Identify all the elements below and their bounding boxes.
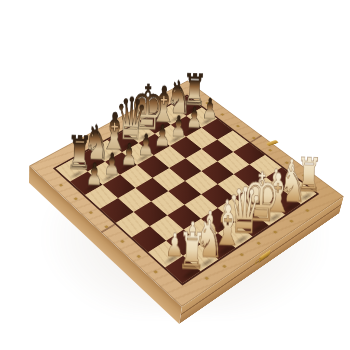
piece-black-pawn: ♟ — [153, 122, 170, 150]
brass-nail-icon — [205, 102, 208, 104]
piece-shadow — [297, 190, 316, 203]
brass-clasp-icon — [266, 140, 279, 147]
square-d6 — [137, 155, 169, 178]
square-e7: ♟ — [139, 134, 170, 156]
square-g4 — [217, 152, 249, 174]
piece-black-pawn: ♟ — [169, 113, 186, 141]
square-f8: ♝ — [140, 113, 171, 134]
brass-nail-icon — [74, 197, 78, 200]
square-a8: ♜ — [56, 159, 88, 182]
square-h1: ♜ — [283, 181, 316, 205]
piece-black-pawn: ♟ — [137, 131, 154, 159]
piece-shadow — [196, 255, 217, 270]
brass-nail-icon — [236, 125, 239, 127]
square-f4 — [201, 161, 233, 184]
square-h7: ♟ — [187, 107, 218, 127]
piece-black-rook: ♜ — [182, 70, 207, 111]
brass-nail-icon — [289, 220, 293, 223]
piece-white-pawn: ♟ — [282, 156, 300, 185]
square-a7: ♟ — [70, 172, 103, 195]
piece-black-bishop: ♝ — [99, 108, 129, 157]
square-h3 — [249, 155, 281, 177]
square-g7: ♟ — [171, 116, 202, 137]
brass-nail-icon — [305, 209, 309, 212]
square-c8: ♝ — [91, 140, 123, 162]
square-e8: ♚ — [124, 122, 155, 143]
square-h8: ♜ — [172, 96, 202, 116]
piece-shadow — [85, 159, 105, 171]
piece-shadow — [135, 131, 154, 143]
piece-black-pawn: ♟ — [120, 141, 137, 170]
brass-nail-icon — [252, 137, 256, 139]
piece-shadow — [150, 143, 169, 155]
piece-black-queen: ♛ — [114, 91, 148, 147]
piece-shadow — [248, 222, 268, 236]
square-g6 — [186, 128, 217, 149]
square-h6 — [202, 119, 233, 140]
perspective-wrapper: ♜♞♝♛♚♝♞♜♟♟♟♟♟♟♟♟♟♟♟♟♟♟♟♟♜♞♝♛♚♝♞♜ — [0, 0, 350, 350]
piece-black-knight: ♞ — [166, 77, 193, 121]
piece-shadow — [167, 134, 186, 146]
piece-shadow — [167, 113, 185, 124]
piece-shadow — [152, 122, 170, 133]
brass-rim-nails — [29, 80, 187, 165]
square-e5 — [169, 158, 201, 181]
piece-shadow — [102, 149, 121, 161]
product-photo-scene: ♜♞♝♛♚♝♞♜♟♟♟♟♟♟♟♟♟♟♟♟♟♟♟♟♜♞♝♛♚♝♞♜ — [0, 0, 350, 350]
brass-nail-icon — [120, 240, 124, 243]
brass-nail-icon — [256, 242, 260, 245]
piece-shadow — [119, 140, 138, 152]
piece-black-rook: ♜ — [66, 132, 93, 176]
square-d8: ♛ — [107, 131, 138, 152]
piece-black-pawn: ♟ — [102, 150, 120, 179]
square-d7: ♟ — [122, 143, 154, 165]
piece-shadow — [178, 267, 199, 282]
brass-nail-icon — [285, 161, 289, 164]
piece-shadow — [231, 233, 251, 247]
piece-shadow — [182, 125, 200, 136]
piece-shadow — [281, 201, 300, 214]
square-g2: ♟ — [250, 177, 283, 200]
brass-nail-icon — [268, 149, 272, 151]
piece-black-bishop: ♝ — [149, 81, 178, 129]
piece-black-knight: ♞ — [83, 121, 111, 167]
brass-nail-icon — [137, 255, 141, 258]
board-rim: ♜♞♝♛♚♝♞♜♟♟♟♟♟♟♟♟♟♟♟♟♟♟♟♟♜♞♝♛♚♝♞♜ — [29, 80, 344, 306]
square-g3 — [234, 164, 266, 187]
brass-nail-icon — [59, 184, 63, 187]
square-g8: ♞ — [156, 105, 186, 125]
square-f6 — [170, 137, 201, 159]
piece-white-pawn: ♟ — [266, 166, 284, 195]
piece-shadow — [117, 162, 136, 174]
brass-nail-icon — [89, 211, 93, 214]
brass-nail-icon — [153, 270, 157, 273]
piece-shadow — [183, 105, 201, 116]
piece-shadow — [214, 244, 234, 259]
piece-black-pawn: ♟ — [201, 96, 218, 123]
square-a3 — [132, 226, 166, 252]
brass-nail-icon — [273, 231, 277, 234]
square-f7: ♟ — [155, 125, 186, 146]
chess-board: ♜♞♝♛♚♝♞♜♟♟♟♟♟♟♟♟♟♟♟♟♟♟♟♟♜♞♝♛♚♝♞♜ — [29, 80, 344, 306]
piece-black-pawn: ♟ — [185, 104, 202, 132]
square-h5 — [217, 131, 248, 152]
piece-shadow — [134, 152, 153, 164]
square-f5 — [186, 149, 218, 171]
square-h4 — [233, 143, 265, 165]
piece-shadow — [198, 116, 216, 127]
square-b8: ♞ — [73, 149, 105, 171]
brass-nail-icon — [220, 113, 223, 115]
square-g5 — [202, 140, 234, 162]
piece-black-king: ♚ — [129, 79, 165, 138]
square-c6 — [120, 165, 152, 188]
square-c7: ♟ — [105, 152, 137, 174]
square-e6 — [154, 146, 186, 168]
piece-shadow — [265, 211, 284, 225]
brass-nail-icon — [240, 253, 244, 256]
brass-nail-icon — [204, 277, 208, 280]
brass-nail-icon — [302, 174, 306, 177]
brass-nail-icon — [222, 265, 226, 268]
board-squares: ♜♞♝♛♚♝♞♜♟♟♟♟♟♟♟♟♟♟♟♟♟♟♟♟♜♞♝♛♚♝♞♜ — [53, 95, 319, 286]
